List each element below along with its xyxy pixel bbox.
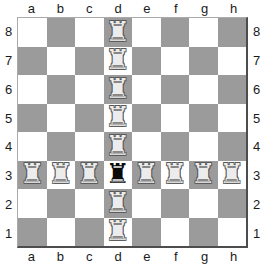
square-g3[interactable]: ♜ <box>189 161 218 190</box>
square-e6[interactable] <box>132 75 161 104</box>
file-labels-top: abcdefgh <box>17 0 248 17</box>
rank-label-right-2: 2 <box>248 190 265 219</box>
square-a7[interactable] <box>18 47 47 76</box>
black-rook: ♜ <box>106 161 130 188</box>
white-rook: ♜ <box>106 104 130 131</box>
square-g2[interactable] <box>189 189 218 218</box>
square-e3[interactable]: ♜ <box>132 161 161 190</box>
square-c1[interactable] <box>75 218 104 247</box>
square-h1[interactable] <box>218 218 247 247</box>
square-h6[interactable] <box>218 75 247 104</box>
white-rook: ♜ <box>49 161 73 188</box>
rank-label-left-2: 2 <box>0 190 17 219</box>
square-d2[interactable]: ♜ <box>104 189 133 218</box>
rank-label-left-4: 4 <box>0 133 17 162</box>
square-a6[interactable] <box>18 75 47 104</box>
file-label-top-f: f <box>161 0 190 17</box>
square-e5[interactable] <box>132 104 161 133</box>
rank-label-left-8: 8 <box>0 17 17 46</box>
square-a8[interactable] <box>18 18 47 47</box>
rank-label-right-5: 5 <box>248 104 265 133</box>
square-b1[interactable] <box>47 218 76 247</box>
white-rook: ♜ <box>106 189 130 216</box>
file-label-bottom-e: e <box>133 248 162 265</box>
square-f6[interactable] <box>161 75 190 104</box>
square-c6[interactable] <box>75 75 104 104</box>
rank-label-right-7: 7 <box>248 46 265 75</box>
square-b7[interactable] <box>47 47 76 76</box>
white-rook: ♜ <box>20 161 44 188</box>
square-g7[interactable] <box>189 47 218 76</box>
square-g6[interactable] <box>189 75 218 104</box>
white-rook: ♜ <box>106 75 130 102</box>
file-label-bottom-g: g <box>190 248 219 265</box>
square-e8[interactable] <box>132 18 161 47</box>
square-a3[interactable]: ♜ <box>18 161 47 190</box>
rank-label-left-1: 1 <box>0 219 17 248</box>
square-a1[interactable] <box>18 218 47 247</box>
square-f5[interactable] <box>161 104 190 133</box>
file-label-top-e: e <box>133 0 162 17</box>
square-c4[interactable] <box>75 132 104 161</box>
file-label-top-d: d <box>104 0 133 17</box>
square-a5[interactable] <box>18 104 47 133</box>
rank-label-right-1: 1 <box>248 219 265 248</box>
rank-label-left-6: 6 <box>0 75 17 104</box>
file-label-bottom-d: d <box>104 248 133 265</box>
square-h8[interactable] <box>218 18 247 47</box>
white-rook: ♜ <box>134 161 158 188</box>
rank-label-left-5: 5 <box>0 104 17 133</box>
square-b5[interactable] <box>47 104 76 133</box>
square-c5[interactable] <box>75 104 104 133</box>
file-labels-bottom: abcdefgh <box>17 248 248 265</box>
square-d5[interactable]: ♜ <box>104 104 133 133</box>
square-c2[interactable] <box>75 189 104 218</box>
square-g1[interactable] <box>189 218 218 247</box>
square-b8[interactable] <box>47 18 76 47</box>
square-c8[interactable] <box>75 18 104 47</box>
white-rook: ♜ <box>77 161 101 188</box>
corner-top-right <box>248 0 265 17</box>
corner-bottom-left <box>0 248 17 265</box>
square-c3[interactable]: ♜ <box>75 161 104 190</box>
rank-label-right-8: 8 <box>248 17 265 46</box>
file-label-top-a: a <box>17 0 46 17</box>
file-label-bottom-a: a <box>17 248 46 265</box>
white-rook: ♜ <box>163 161 187 188</box>
square-b2[interactable] <box>47 189 76 218</box>
square-g4[interactable] <box>189 132 218 161</box>
square-e4[interactable] <box>132 132 161 161</box>
white-rook: ♜ <box>191 161 215 188</box>
white-rook: ♜ <box>220 161 244 188</box>
white-rook: ♜ <box>106 218 130 245</box>
square-e2[interactable] <box>132 189 161 218</box>
rank-label-right-3: 3 <box>248 161 265 190</box>
square-f3[interactable]: ♜ <box>161 161 190 190</box>
white-rook: ♜ <box>106 18 130 45</box>
file-label-bottom-b: b <box>46 248 75 265</box>
square-d8[interactable]: ♜ <box>104 18 133 47</box>
square-d7[interactable]: ♜ <box>104 47 133 76</box>
file-label-top-g: g <box>190 0 219 17</box>
rank-label-left-7: 7 <box>0 46 17 75</box>
corner-bottom-right <box>248 248 265 265</box>
file-label-bottom-f: f <box>161 248 190 265</box>
square-d4[interactable]: ♜ <box>104 132 133 161</box>
rank-label-right-6: 6 <box>248 75 265 104</box>
square-f2[interactable] <box>161 189 190 218</box>
corner-top-left <box>0 0 17 17</box>
rank-label-right-4: 4 <box>248 133 265 162</box>
white-rook: ♜ <box>106 47 130 74</box>
square-h5[interactable] <box>218 104 247 133</box>
square-d3[interactable]: ♜ <box>104 161 133 190</box>
square-c7[interactable] <box>75 47 104 76</box>
square-d1[interactable]: ♜ <box>104 218 133 247</box>
square-f7[interactable] <box>161 47 190 76</box>
square-f8[interactable] <box>161 18 190 47</box>
square-e7[interactable] <box>132 47 161 76</box>
square-b4[interactable] <box>47 132 76 161</box>
white-rook: ♜ <box>106 132 130 159</box>
file-label-top-c: c <box>75 0 104 17</box>
chess-diagram: abcdefgh 87654321 ♜♜♜♜♜♜♜♜♜♜♜♜♜♜♜ 876543… <box>0 0 265 265</box>
square-g8[interactable] <box>189 18 218 47</box>
square-b3[interactable]: ♜ <box>47 161 76 190</box>
file-label-bottom-h: h <box>219 248 248 265</box>
rank-label-left-3: 3 <box>0 161 17 190</box>
square-b6[interactable] <box>47 75 76 104</box>
square-h4[interactable] <box>218 132 247 161</box>
chess-board: ♜♜♜♜♜♜♜♜♜♜♜♜♜♜♜ <box>17 17 248 248</box>
file-label-bottom-c: c <box>75 248 104 265</box>
square-d6[interactable]: ♜ <box>104 75 133 104</box>
rank-labels-right: 87654321 <box>248 17 265 248</box>
file-label-top-h: h <box>219 0 248 17</box>
rank-labels-left: 87654321 <box>0 17 17 248</box>
square-e1[interactable] <box>132 218 161 247</box>
square-h7[interactable] <box>218 47 247 76</box>
square-a2[interactable] <box>18 189 47 218</box>
square-f1[interactable] <box>161 218 190 247</box>
square-a4[interactable] <box>18 132 47 161</box>
square-g5[interactable] <box>189 104 218 133</box>
square-h2[interactable] <box>218 189 247 218</box>
square-f4[interactable] <box>161 132 190 161</box>
square-h3[interactable]: ♜ <box>218 161 247 190</box>
file-label-top-b: b <box>46 0 75 17</box>
